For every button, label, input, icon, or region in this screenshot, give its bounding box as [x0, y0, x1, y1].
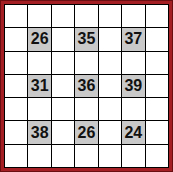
clue-cell-r5c5: 24	[122, 121, 144, 143]
cell-r4c4[interactable]	[99, 98, 121, 120]
cell-r0c3[interactable]	[75, 5, 97, 27]
cell-r1c0[interactable]	[5, 28, 27, 50]
cell-r4c2[interactable]	[52, 98, 74, 120]
cell-r5c6[interactable]	[146, 121, 168, 143]
cell-r4c3[interactable]	[75, 98, 97, 120]
cell-r6c5[interactable]	[122, 145, 144, 167]
cell-r0c5[interactable]	[122, 5, 144, 27]
cell-r2c1[interactable]	[28, 52, 50, 74]
cell-r5c4[interactable]	[99, 121, 121, 143]
cell-r0c2[interactable]	[52, 5, 74, 27]
cell-r5c2[interactable]	[52, 121, 74, 143]
cell-r6c1[interactable]	[28, 145, 50, 167]
cell-r4c6[interactable]	[146, 98, 168, 120]
cell-r0c0[interactable]	[5, 5, 27, 27]
cell-r4c5[interactable]	[122, 98, 144, 120]
cell-r3c2[interactable]	[52, 75, 74, 97]
cell-r2c5[interactable]	[122, 52, 144, 74]
clue-cell-r1c1: 26	[28, 28, 50, 50]
cell-r2c4[interactable]	[99, 52, 121, 74]
cell-r2c3[interactable]	[75, 52, 97, 74]
cell-r0c1[interactable]	[28, 5, 50, 27]
clue-cell-r3c5: 39	[122, 75, 144, 97]
cell-r3c4[interactable]	[99, 75, 121, 97]
cell-r2c2[interactable]	[52, 52, 74, 74]
cell-r6c6[interactable]	[146, 145, 168, 167]
cell-r1c4[interactable]	[99, 28, 121, 50]
cell-r6c0[interactable]	[5, 145, 27, 167]
cell-r6c4[interactable]	[99, 145, 121, 167]
cell-r0c6[interactable]	[146, 5, 168, 27]
cell-r0c4[interactable]	[99, 5, 121, 27]
cell-r1c6[interactable]	[146, 28, 168, 50]
cell-r2c6[interactable]	[146, 52, 168, 74]
clue-cell-r3c3: 36	[75, 75, 97, 97]
cell-r2c0[interactable]	[5, 52, 27, 74]
cell-r4c0[interactable]	[5, 98, 27, 120]
cell-r5c0[interactable]	[5, 121, 27, 143]
clue-cell-r1c3: 35	[75, 28, 97, 50]
clue-cell-r3c1: 31	[28, 75, 50, 97]
puzzle-grid: 263537313639382624	[4, 4, 169, 168]
cell-r4c1[interactable]	[28, 98, 50, 120]
cell-r3c6[interactable]	[146, 75, 168, 97]
cell-r6c3[interactable]	[75, 145, 97, 167]
clue-cell-r5c1: 38	[28, 121, 50, 143]
board-frame: 263537313639382624	[0, 0, 173, 172]
cell-r6c2[interactable]	[52, 145, 74, 167]
clue-cell-r5c3: 26	[75, 121, 97, 143]
cell-r3c0[interactable]	[5, 75, 27, 97]
clue-cell-r1c5: 37	[122, 28, 144, 50]
cell-r1c2[interactable]	[52, 28, 74, 50]
